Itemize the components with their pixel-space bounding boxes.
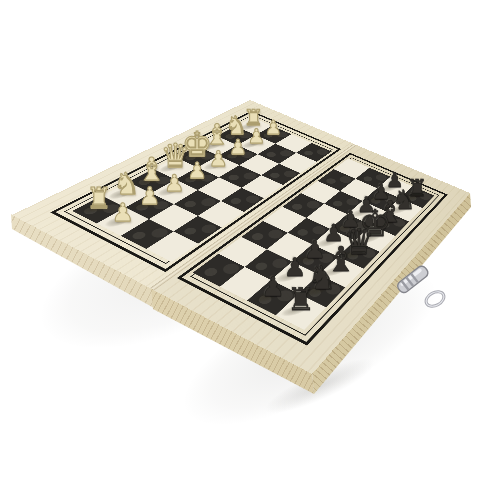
chess-set-photo: ♜♞♝♛♚♝♞♜♟♟♟♟♟♟♟♟♟♟♟♟♟♟♟♟♜♞♝♛♚♝♞♜ xyxy=(0,0,500,500)
piece-black-rook-a8[interactable]: ♜ xyxy=(271,284,331,315)
piece-white-pawn-a2[interactable]: ♟ xyxy=(93,200,153,225)
